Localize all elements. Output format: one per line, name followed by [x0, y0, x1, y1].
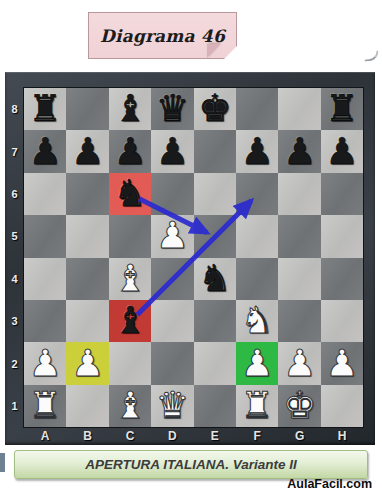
piece-black-pawn: ♟	[156, 131, 189, 173]
square-f3[interactable]: ♞	[236, 300, 278, 342]
square-g2[interactable]: ♟	[278, 342, 320, 384]
square-b8[interactable]	[66, 88, 108, 130]
square-f8[interactable]	[236, 88, 278, 130]
note-fold-corner	[207, 44, 220, 58]
square-e6[interactable]	[194, 173, 236, 215]
file-labels: ABCDEFGH	[24, 427, 363, 444]
file-label-E: E	[194, 427, 236, 444]
file-label-A: A	[24, 427, 66, 444]
square-a6[interactable]	[24, 173, 66, 215]
square-g3[interactable]	[278, 300, 320, 342]
square-d1[interactable]: ♛	[151, 385, 193, 427]
square-g1[interactable]: ♚	[278, 385, 320, 427]
page-curl-icon	[364, 50, 380, 62]
square-e4[interactable]: ♞	[194, 258, 236, 300]
piece-black-pawn: ♟	[241, 131, 274, 173]
piece-black-queen: ♛	[156, 88, 189, 130]
rank-label-6: 6	[5, 173, 24, 215]
square-d8[interactable]: ♛	[151, 88, 193, 130]
square-c5[interactable]	[109, 215, 151, 257]
piece-white-pawn: ♟	[29, 343, 62, 385]
piece-white-rook: ♜	[29, 385, 62, 427]
chess-board: 87654321 ♜♝♛♚♜♟♟♟♟♟♟♟♞♟♝♞♝♞♟♟♟♟♟♜♝♛♜♚ AB…	[5, 72, 375, 445]
square-c6[interactable]: ♞	[109, 173, 151, 215]
square-b4[interactable]	[66, 258, 108, 300]
piece-black-bishop: ♝	[113, 88, 146, 130]
rank-label-2: 2	[5, 342, 24, 384]
square-h1[interactable]	[321, 385, 363, 427]
square-f7[interactable]: ♟	[236, 130, 278, 172]
square-h6[interactable]	[321, 173, 363, 215]
square-d4[interactable]	[151, 258, 193, 300]
piece-black-rook: ♜	[29, 88, 62, 130]
opening-caption: APERTURA ITALIANA. Variante II	[85, 457, 297, 472]
piece-white-queen: ♛	[156, 385, 189, 427]
piece-black-king: ♚	[198, 88, 231, 130]
rank-label-7: 7	[5, 130, 24, 172]
square-d6[interactable]	[151, 173, 193, 215]
square-b6[interactable]	[66, 173, 108, 215]
piece-black-pawn: ♟	[113, 131, 146, 173]
square-e5[interactable]	[194, 215, 236, 257]
square-f1[interactable]: ♜	[236, 385, 278, 427]
square-d2[interactable]	[151, 342, 193, 384]
square-g7[interactable]: ♟	[278, 130, 320, 172]
piece-black-rook: ♜	[325, 88, 358, 130]
square-h3[interactable]	[321, 300, 363, 342]
piece-black-knight: ♞	[198, 258, 231, 300]
file-label-C: C	[109, 427, 151, 444]
square-c4[interactable]: ♝	[109, 258, 151, 300]
piece-white-bishop: ♝	[113, 385, 146, 427]
square-h8[interactable]: ♜	[321, 88, 363, 130]
file-label-F: F	[236, 427, 278, 444]
square-a8[interactable]: ♜	[24, 88, 66, 130]
square-e2[interactable]	[194, 342, 236, 384]
piece-white-pawn: ♟	[156, 215, 189, 257]
file-label-G: G	[278, 427, 320, 444]
square-a1[interactable]: ♜	[24, 385, 66, 427]
page-edge-marker	[0, 453, 5, 472]
piece-black-pawn: ♟	[71, 131, 104, 173]
square-c8[interactable]: ♝	[109, 88, 151, 130]
square-b1[interactable]	[66, 385, 108, 427]
square-b5[interactable]	[66, 215, 108, 257]
square-c7[interactable]: ♟	[109, 130, 151, 172]
square-e8[interactable]: ♚	[194, 88, 236, 130]
square-a5[interactable]	[24, 215, 66, 257]
piece-white-rook: ♜	[241, 385, 274, 427]
site-attribution-link[interactable]: AulaFacil.com	[287, 477, 372, 491]
rank-label-8: 8	[5, 88, 24, 130]
square-h4[interactable]	[321, 258, 363, 300]
square-f5[interactable]	[236, 215, 278, 257]
square-c3[interactable]: ♝	[109, 300, 151, 342]
square-g6[interactable]	[278, 173, 320, 215]
piece-white-pawn: ♟	[241, 343, 274, 385]
square-a3[interactable]	[24, 300, 66, 342]
square-e1[interactable]	[194, 385, 236, 427]
square-c1[interactable]: ♝	[109, 385, 151, 427]
piece-white-pawn: ♟	[71, 343, 104, 385]
square-f6[interactable]	[236, 173, 278, 215]
diagram-title: Diagrama 46	[100, 26, 225, 46]
rank-label-3: 3	[5, 300, 24, 342]
square-f2[interactable]: ♟	[236, 342, 278, 384]
piece-black-knight: ♞	[113, 173, 146, 215]
file-label-H: H	[321, 427, 363, 444]
square-d7[interactable]: ♟	[151, 130, 193, 172]
opening-caption-banner: APERTURA ITALIANA. Variante II	[14, 450, 368, 479]
piece-white-pawn: ♟	[283, 343, 316, 385]
file-label-B: B	[66, 427, 108, 444]
piece-white-bishop: ♝	[113, 258, 146, 300]
square-h7[interactable]: ♟	[321, 130, 363, 172]
piece-white-pawn: ♟	[325, 343, 358, 385]
piece-black-pawn: ♟	[283, 131, 316, 173]
square-g8[interactable]	[278, 88, 320, 130]
square-a4[interactable]	[24, 258, 66, 300]
square-e7[interactable]	[194, 130, 236, 172]
piece-black-pawn: ♟	[29, 131, 62, 173]
square-f4[interactable]	[236, 258, 278, 300]
square-h2[interactable]: ♟	[321, 342, 363, 384]
file-label-D: D	[151, 427, 193, 444]
piece-black-pawn: ♟	[325, 131, 358, 173]
lesson-page: Diagrama 46 87654321 ♜♝♛♚♜♟♟♟♟♟♟♟♞♟♝♞♝♞♟…	[0, 0, 382, 494]
piece-white-king: ♚	[283, 385, 316, 427]
square-b3[interactable]	[66, 300, 108, 342]
square-e3[interactable]	[194, 300, 236, 342]
square-a7[interactable]: ♟	[24, 130, 66, 172]
rank-label-5: 5	[5, 215, 24, 257]
square-d3[interactable]	[151, 300, 193, 342]
piece-white-knight: ♞	[241, 300, 274, 342]
square-a2[interactable]: ♟	[24, 342, 66, 384]
square-g5[interactable]	[278, 215, 320, 257]
board-squares: ♜♝♛♚♜♟♟♟♟♟♟♟♞♟♝♞♝♞♟♟♟♟♟♜♝♛♜♚	[24, 88, 363, 427]
square-b7[interactable]: ♟	[66, 130, 108, 172]
piece-black-bishop: ♝	[113, 300, 146, 342]
square-g4[interactable]	[278, 258, 320, 300]
square-c2[interactable]	[109, 342, 151, 384]
rank-label-4: 4	[5, 258, 24, 300]
rank-label-1: 1	[5, 385, 24, 427]
square-d5[interactable]: ♟	[151, 215, 193, 257]
square-h5[interactable]	[321, 215, 363, 257]
square-b2[interactable]: ♟	[66, 342, 108, 384]
